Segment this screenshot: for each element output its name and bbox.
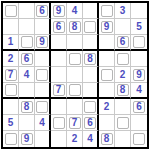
high-digit-square-mark — [101, 69, 113, 81]
cell-r5c8[interactable]: 2 — [115, 67, 131, 83]
given-digit: 5 — [8, 118, 14, 128]
cell-r9c7[interactable]: 8 — [99, 131, 115, 147]
given-digit: 2 — [120, 70, 126, 80]
given-digit: 7 — [72, 118, 78, 128]
cell-r6c9[interactable]: 4 — [131, 83, 147, 99]
cell-r4c5[interactable] — [67, 51, 83, 67]
cell-r8c9[interactable] — [131, 115, 147, 131]
given-digit: 3 — [120, 6, 126, 16]
cell-r6c2[interactable] — [19, 83, 35, 99]
given-digit: 8 — [120, 85, 126, 95]
cell-r7c5[interactable] — [67, 99, 83, 115]
cell-r4c2[interactable]: 6 — [19, 51, 35, 67]
high-digit-square-mark — [84, 101, 96, 113]
high-digit-square-mark — [69, 53, 81, 65]
given-digit: 1 — [8, 37, 14, 47]
cell-r4c6[interactable]: 8 — [83, 51, 99, 67]
high-digit-square-mark — [69, 84, 81, 96]
cell-r1c8[interactable]: 3 — [115, 3, 131, 19]
sudoku-board: 69436895196268742978482654769248 — [1, 1, 149, 149]
high-digit-square-mark — [5, 5, 17, 17]
given-digit: 9 — [39, 37, 45, 47]
cell-r3c4[interactable] — [51, 35, 67, 51]
cell-r4c8[interactable] — [115, 51, 131, 67]
cell-r3c5[interactable] — [67, 35, 83, 51]
cell-r8c4[interactable] — [51, 115, 67, 131]
given-digit: 8 — [72, 22, 78, 32]
given-digit: 8 — [104, 134, 110, 144]
cell-r2c4[interactable]: 6 — [51, 19, 67, 35]
given-digit: 8 — [24, 102, 30, 112]
cell-r1c4[interactable]: 9 — [51, 3, 67, 19]
cell-r7c1[interactable] — [3, 99, 19, 115]
cell-r3c3[interactable]: 9 — [35, 35, 51, 51]
given-digit: 6 — [136, 102, 142, 112]
given-digit: 6 — [39, 6, 45, 16]
high-digit-square-mark — [133, 36, 145, 48]
given-digit: 4 — [39, 118, 45, 128]
cell-r2c5[interactable]: 8 — [67, 19, 83, 35]
given-digit: 5 — [136, 22, 142, 32]
cell-r7c9[interactable]: 6 — [131, 99, 147, 115]
cell-r7c7[interactable]: 2 — [99, 99, 115, 115]
given-digit: 7 — [56, 85, 62, 95]
cell-r2c3[interactable] — [35, 19, 51, 35]
given-digit: 2 — [72, 134, 78, 144]
high-digit-square-mark — [84, 21, 96, 33]
cell-r7c6[interactable] — [83, 99, 99, 115]
cell-r1c1[interactable] — [3, 3, 19, 19]
cell-r6c3[interactable] — [35, 83, 51, 99]
given-digit: 2 — [104, 102, 110, 112]
given-digit: 6 — [120, 37, 126, 47]
cell-r1c2[interactable] — [19, 3, 35, 19]
cell-r5c2[interactable]: 4 — [19, 67, 35, 83]
cell-r7c8[interactable] — [115, 99, 131, 115]
cell-r3c8[interactable]: 6 — [115, 35, 131, 51]
cell-r5c9[interactable]: 9 — [131, 67, 147, 83]
given-digit: 9 — [24, 134, 30, 144]
given-digit: 4 — [72, 6, 78, 16]
cell-r3c1[interactable]: 1 — [3, 35, 19, 51]
cell-r4c3[interactable] — [35, 51, 51, 67]
high-digit-square-mark — [5, 84, 17, 96]
cell-r3c9[interactable] — [131, 35, 147, 51]
cell-r9c1[interactable] — [3, 131, 19, 147]
cell-r3c6[interactable] — [83, 35, 99, 51]
cell-r6c1[interactable] — [3, 83, 19, 99]
cell-r5c6[interactable] — [83, 67, 99, 83]
given-digit: 7 — [8, 70, 14, 80]
cell-r1c7[interactable] — [99, 3, 115, 19]
cell-r8c7[interactable] — [99, 115, 115, 131]
cell-r2c6[interactable] — [83, 19, 99, 35]
cell-r1c3[interactable]: 6 — [35, 3, 51, 19]
cell-r9c4[interactable] — [51, 131, 67, 147]
cell-r6c8[interactable]: 8 — [115, 83, 131, 99]
given-digit: 9 — [56, 6, 62, 16]
cell-r6c4[interactable]: 7 — [51, 83, 67, 99]
given-digit: 4 — [87, 134, 93, 144]
cell-r4c1[interactable]: 2 — [3, 51, 19, 67]
given-digit: 9 — [136, 70, 142, 80]
given-digit: 6 — [87, 118, 93, 128]
cell-r7c2[interactable]: 8 — [19, 99, 35, 115]
given-digit: 4 — [24, 70, 30, 80]
cell-r6c6[interactable] — [83, 83, 99, 99]
given-digit: 4 — [136, 85, 142, 95]
cell-r4c9[interactable] — [131, 51, 147, 67]
high-digit-square-mark — [21, 36, 33, 48]
cell-r5c1[interactable]: 7 — [3, 67, 19, 83]
cell-r9c2[interactable]: 9 — [19, 131, 35, 147]
cell-r2c9[interactable]: 5 — [131, 19, 147, 35]
cell-r9c8[interactable] — [115, 131, 131, 147]
cell-r5c3[interactable] — [35, 67, 51, 83]
page: 69436895196268742978482654769248 — [0, 0, 150, 150]
cell-r9c6[interactable]: 4 — [83, 131, 99, 147]
high-digit-square-mark — [36, 69, 48, 81]
cell-r8c6[interactable]: 6 — [83, 115, 99, 131]
high-digit-square-mark — [101, 5, 113, 17]
cell-r5c4[interactable] — [51, 67, 67, 83]
cell-r9c3[interactable] — [35, 131, 51, 147]
high-digit-square-mark — [53, 117, 65, 129]
given-digit: 8 — [87, 54, 93, 64]
cell-r9c5[interactable]: 2 — [67, 131, 83, 147]
cell-r6c5[interactable] — [67, 83, 83, 99]
cell-r1c5[interactable]: 4 — [67, 3, 83, 19]
high-digit-square-mark — [133, 133, 145, 145]
cell-r1c9[interactable] — [131, 3, 147, 19]
high-digit-square-mark — [117, 117, 129, 129]
cell-r4c7[interactable] — [99, 51, 115, 67]
given-digit: 6 — [24, 54, 30, 64]
cell-r8c2[interactable] — [19, 115, 35, 131]
cell-r5c7[interactable] — [99, 67, 115, 83]
cell-r8c1[interactable]: 5 — [3, 115, 19, 131]
cell-r8c3[interactable]: 4 — [35, 115, 51, 131]
given-digit: 9 — [104, 22, 110, 32]
cell-r4c4[interactable] — [51, 51, 67, 67]
high-digit-square-mark — [117, 53, 129, 65]
cell-r7c4[interactable] — [51, 99, 67, 115]
cell-r8c5[interactable]: 7 — [67, 115, 83, 131]
cell-r2c2[interactable] — [19, 19, 35, 35]
cell-r3c7[interactable] — [99, 35, 115, 51]
cell-r2c8[interactable] — [115, 19, 131, 35]
high-digit-square-mark — [36, 101, 48, 113]
high-digit-square-mark — [5, 133, 17, 145]
cell-r2c7[interactable]: 9 — [99, 19, 115, 35]
cell-r2c1[interactable] — [3, 19, 19, 35]
cell-r1c6[interactable] — [83, 3, 99, 19]
cell-r5c5[interactable] — [67, 67, 83, 83]
cell-r7c3[interactable] — [35, 99, 51, 115]
given-digit: 6 — [56, 22, 62, 32]
cell-r3c2[interactable] — [19, 35, 35, 51]
cell-r6c7[interactable] — [99, 83, 115, 99]
given-digit: 2 — [8, 54, 14, 64]
cell-r8c8[interactable] — [115, 115, 131, 131]
cell-r9c9[interactable] — [131, 131, 147, 147]
